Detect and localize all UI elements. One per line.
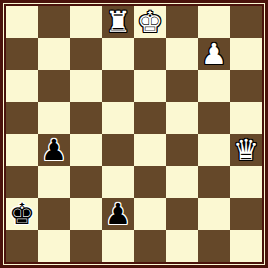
white-queen: ♛ — [233, 134, 259, 166]
square-h6[interactable] — [230, 70, 262, 102]
square-a1[interactable] — [6, 230, 38, 262]
square-c8[interactable] — [70, 6, 102, 38]
square-g2[interactable] — [198, 198, 230, 230]
square-g3[interactable] — [198, 166, 230, 198]
square-h1[interactable] — [230, 230, 262, 262]
square-b4[interactable]: ♟ — [38, 134, 70, 166]
white-pawn: ♟ — [201, 38, 227, 70]
square-d8[interactable]: ♜ — [102, 6, 134, 38]
square-f2[interactable] — [166, 198, 198, 230]
square-f8[interactable] — [166, 6, 198, 38]
square-f4[interactable] — [166, 134, 198, 166]
square-a6[interactable] — [6, 70, 38, 102]
square-c4[interactable] — [70, 134, 102, 166]
square-d3[interactable] — [102, 166, 134, 198]
square-c1[interactable] — [70, 230, 102, 262]
board-inner-rim: ♜♚♟♟♛♚♟ — [4, 4, 264, 264]
black-pawn: ♟ — [105, 198, 131, 230]
square-f6[interactable] — [166, 70, 198, 102]
square-d1[interactable] — [102, 230, 134, 262]
square-g4[interactable] — [198, 134, 230, 166]
square-e2[interactable] — [134, 198, 166, 230]
chess-board: ♜♚♟♟♛♚♟ — [6, 6, 262, 262]
square-c6[interactable] — [70, 70, 102, 102]
chess-board-frame: ♜♚♟♟♛♚♟ — [0, 0, 268, 268]
square-b7[interactable] — [38, 38, 70, 70]
square-h3[interactable] — [230, 166, 262, 198]
square-b8[interactable] — [38, 6, 70, 38]
square-b2[interactable] — [38, 198, 70, 230]
white-rook: ♜ — [105, 6, 131, 38]
square-a7[interactable] — [6, 38, 38, 70]
square-b1[interactable] — [38, 230, 70, 262]
square-h8[interactable] — [230, 6, 262, 38]
square-c2[interactable] — [70, 198, 102, 230]
square-d5[interactable] — [102, 102, 134, 134]
square-d6[interactable] — [102, 70, 134, 102]
square-d7[interactable] — [102, 38, 134, 70]
square-h5[interactable] — [230, 102, 262, 134]
square-a2[interactable]: ♚ — [6, 198, 38, 230]
square-e1[interactable] — [134, 230, 166, 262]
square-c7[interactable] — [70, 38, 102, 70]
board-inlay-line: ♜♚♟♟♛♚♟ — [3, 3, 265, 265]
square-e4[interactable] — [134, 134, 166, 166]
square-a8[interactable] — [6, 6, 38, 38]
square-g7[interactable]: ♟ — [198, 38, 230, 70]
square-f3[interactable] — [166, 166, 198, 198]
white-king: ♚ — [137, 6, 163, 38]
square-a3[interactable] — [6, 166, 38, 198]
square-h2[interactable] — [230, 198, 262, 230]
square-g8[interactable] — [198, 6, 230, 38]
square-f7[interactable] — [166, 38, 198, 70]
square-a4[interactable] — [6, 134, 38, 166]
square-e7[interactable] — [134, 38, 166, 70]
square-a5[interactable] — [6, 102, 38, 134]
square-f1[interactable] — [166, 230, 198, 262]
square-e3[interactable] — [134, 166, 166, 198]
square-f5[interactable] — [166, 102, 198, 134]
square-e6[interactable] — [134, 70, 166, 102]
square-b3[interactable] — [38, 166, 70, 198]
square-g5[interactable] — [198, 102, 230, 134]
square-b5[interactable] — [38, 102, 70, 134]
square-d4[interactable] — [102, 134, 134, 166]
square-h7[interactable] — [230, 38, 262, 70]
black-pawn: ♟ — [41, 134, 67, 166]
square-g1[interactable] — [198, 230, 230, 262]
square-d2[interactable]: ♟ — [102, 198, 134, 230]
square-g6[interactable] — [198, 70, 230, 102]
square-c3[interactable] — [70, 166, 102, 198]
square-e8[interactable]: ♚ — [134, 6, 166, 38]
square-c5[interactable] — [70, 102, 102, 134]
square-e5[interactable] — [134, 102, 166, 134]
square-b6[interactable] — [38, 70, 70, 102]
black-king: ♚ — [9, 198, 35, 230]
square-h4[interactable]: ♛ — [230, 134, 262, 166]
